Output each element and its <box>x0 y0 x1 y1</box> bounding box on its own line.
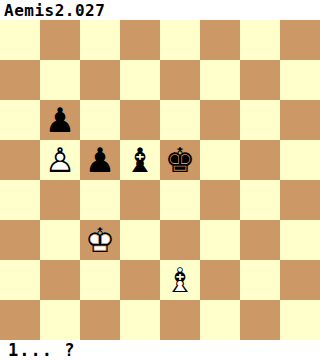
square-e3[interactable] <box>160 220 200 260</box>
square-b2[interactable] <box>40 260 80 300</box>
square-c6[interactable] <box>80 100 120 140</box>
move-prompt: 1... ? <box>8 340 75 360</box>
square-a6[interactable] <box>0 100 40 140</box>
square-c8[interactable] <box>80 20 120 60</box>
piece-white-pawn[interactable]: ♟♙ <box>40 140 80 180</box>
square-f3[interactable] <box>200 220 240 260</box>
piece-glyph-outline: ♙ <box>40 140 80 180</box>
square-a7[interactable] <box>0 60 40 100</box>
square-b5[interactable]: ♟♙ <box>40 140 80 180</box>
square-b7[interactable] <box>40 60 80 100</box>
square-g3[interactable] <box>240 220 280 260</box>
piece-black-king[interactable]: ♚ <box>160 140 200 180</box>
square-a5[interactable] <box>0 140 40 180</box>
square-f8[interactable] <box>200 20 240 60</box>
piece-black-pawn[interactable]: ♟ <box>40 100 80 140</box>
chess-board: ♟♟♙♟♝♚♚♔♝♗ <box>0 20 320 340</box>
piece-glyph-fill: ♚ <box>160 140 200 180</box>
square-d4[interactable] <box>120 180 160 220</box>
square-d5[interactable]: ♝ <box>120 140 160 180</box>
square-d6[interactable] <box>120 100 160 140</box>
square-a4[interactable] <box>0 180 40 220</box>
window-title: Aemis2.027 <box>4 1 105 20</box>
square-h3[interactable] <box>280 220 320 260</box>
square-b1[interactable] <box>40 300 80 340</box>
square-f2[interactable] <box>200 260 240 300</box>
square-e6[interactable] <box>160 100 200 140</box>
square-c7[interactable] <box>80 60 120 100</box>
square-e7[interactable] <box>160 60 200 100</box>
square-g6[interactable] <box>240 100 280 140</box>
title-bar: Aemis2.027 <box>0 0 320 20</box>
piece-white-bishop[interactable]: ♝♗ <box>160 260 200 300</box>
square-h8[interactable] <box>280 20 320 60</box>
square-c5[interactable]: ♟ <box>80 140 120 180</box>
square-h2[interactable] <box>280 260 320 300</box>
square-c2[interactable] <box>80 260 120 300</box>
square-f1[interactable] <box>200 300 240 340</box>
square-h5[interactable] <box>280 140 320 180</box>
square-b3[interactable] <box>40 220 80 260</box>
square-g5[interactable] <box>240 140 280 180</box>
square-b4[interactable] <box>40 180 80 220</box>
square-d2[interactable] <box>120 260 160 300</box>
square-d1[interactable] <box>120 300 160 340</box>
piece-glyph-fill: ♟ <box>80 140 120 180</box>
square-a2[interactable] <box>0 260 40 300</box>
square-d3[interactable] <box>120 220 160 260</box>
square-f4[interactable] <box>200 180 240 220</box>
square-f5[interactable] <box>200 140 240 180</box>
square-h1[interactable] <box>280 300 320 340</box>
square-g1[interactable] <box>240 300 280 340</box>
square-e1[interactable] <box>160 300 200 340</box>
square-f6[interactable] <box>200 100 240 140</box>
square-h6[interactable] <box>280 100 320 140</box>
square-g4[interactable] <box>240 180 280 220</box>
caption-bar: 1... ? <box>0 340 320 360</box>
piece-black-pawn[interactable]: ♟ <box>80 140 120 180</box>
square-e2[interactable]: ♝♗ <box>160 260 200 300</box>
piece-black-bishop[interactable]: ♝ <box>120 140 160 180</box>
square-c4[interactable] <box>80 180 120 220</box>
square-f7[interactable] <box>200 60 240 100</box>
piece-white-king[interactable]: ♚♔ <box>80 220 120 260</box>
square-e8[interactable] <box>160 20 200 60</box>
square-g8[interactable] <box>240 20 280 60</box>
square-h7[interactable] <box>280 60 320 100</box>
square-e4[interactable] <box>160 180 200 220</box>
square-c1[interactable] <box>80 300 120 340</box>
piece-glyph-fill: ♝ <box>120 140 160 180</box>
square-g7[interactable] <box>240 60 280 100</box>
piece-glyph-outline: ♔ <box>80 220 120 260</box>
square-a8[interactable] <box>0 20 40 60</box>
piece-glyph-outline: ♗ <box>160 260 200 300</box>
piece-glyph-fill: ♟ <box>40 100 80 140</box>
square-a3[interactable] <box>0 220 40 260</box>
square-c3[interactable]: ♚♔ <box>80 220 120 260</box>
square-h4[interactable] <box>280 180 320 220</box>
square-d8[interactable] <box>120 20 160 60</box>
square-b6[interactable]: ♟ <box>40 100 80 140</box>
square-a1[interactable] <box>0 300 40 340</box>
square-d7[interactable] <box>120 60 160 100</box>
square-e5[interactable]: ♚ <box>160 140 200 180</box>
square-b8[interactable] <box>40 20 80 60</box>
square-g2[interactable] <box>240 260 280 300</box>
